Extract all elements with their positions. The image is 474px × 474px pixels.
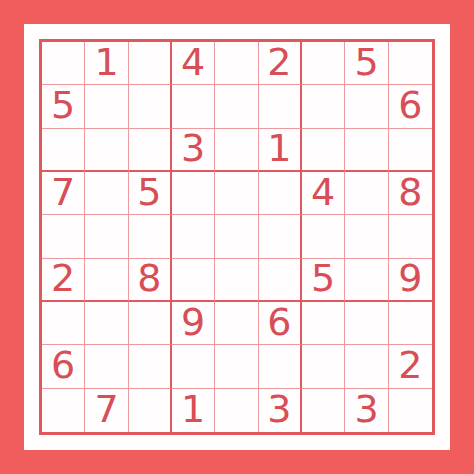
cell-r1c2: 1 xyxy=(85,42,128,85)
cell-r7c2[interactable] xyxy=(85,302,128,345)
cell-r7c9[interactable] xyxy=(389,302,432,345)
cell-r1c9[interactable] xyxy=(389,42,432,85)
given-digit: 6 xyxy=(267,303,291,341)
cell-r9c5[interactable] xyxy=(215,389,258,432)
cell-r3c9[interactable] xyxy=(389,129,432,172)
given-digit: 5 xyxy=(354,43,378,81)
cell-r6c8[interactable] xyxy=(345,259,388,302)
given-digit: 9 xyxy=(181,303,205,341)
cell-r6c5[interactable] xyxy=(215,259,258,302)
given-digit: 4 xyxy=(181,43,205,81)
cell-r4c2[interactable] xyxy=(85,172,128,215)
cell-r2c5[interactable] xyxy=(215,85,258,128)
cell-r5c5[interactable] xyxy=(215,215,258,258)
given-digit: 8 xyxy=(398,173,422,211)
cell-r2c4[interactable] xyxy=(172,85,215,128)
cell-r8c3[interactable] xyxy=(129,345,172,388)
cell-r1c1[interactable] xyxy=(42,42,85,85)
cell-r6c1: 2 xyxy=(42,259,85,302)
given-digit: 6 xyxy=(51,346,75,384)
cell-r4c8[interactable] xyxy=(345,172,388,215)
cell-r1c8: 5 xyxy=(345,42,388,85)
cell-r5c6[interactable] xyxy=(259,215,302,258)
cell-r5c4[interactable] xyxy=(172,215,215,258)
cell-r5c3[interactable] xyxy=(129,215,172,258)
cell-r5c7[interactable] xyxy=(302,215,345,258)
cell-r3c7[interactable] xyxy=(302,129,345,172)
cell-r4c6[interactable] xyxy=(259,172,302,215)
given-digit: 1 xyxy=(267,129,291,167)
given-digit: 7 xyxy=(94,390,118,428)
cell-r8c4[interactable] xyxy=(172,345,215,388)
cell-r8c2[interactable] xyxy=(85,345,128,388)
given-digit: 2 xyxy=(398,346,422,384)
given-digit: 5 xyxy=(311,259,335,297)
cell-r7c8[interactable] xyxy=(345,302,388,345)
cell-r2c8[interactable] xyxy=(345,85,388,128)
cell-r2c1: 5 xyxy=(42,85,85,128)
cell-r9c3[interactable] xyxy=(129,389,172,432)
cell-r7c6: 6 xyxy=(259,302,302,345)
cell-r9c6: 3 xyxy=(259,389,302,432)
given-digit: 3 xyxy=(267,390,291,428)
cell-r4c3: 5 xyxy=(129,172,172,215)
given-digit: 3 xyxy=(181,129,205,167)
cell-r1c4: 4 xyxy=(172,42,215,85)
given-digit: 2 xyxy=(267,43,291,81)
cell-r7c1[interactable] xyxy=(42,302,85,345)
cell-r4c1: 7 xyxy=(42,172,85,215)
given-digit: 8 xyxy=(137,259,161,297)
cell-r6c9: 9 xyxy=(389,259,432,302)
cell-r5c9[interactable] xyxy=(389,215,432,258)
given-digit: 6 xyxy=(398,86,422,124)
cell-r1c5[interactable] xyxy=(215,42,258,85)
cell-r3c2[interactable] xyxy=(85,129,128,172)
cell-r5c2[interactable] xyxy=(85,215,128,258)
cell-r3c4: 3 xyxy=(172,129,215,172)
cell-r6c6[interactable] xyxy=(259,259,302,302)
given-digit: 4 xyxy=(311,173,335,211)
sudoku-board: 142556317548285996627133 xyxy=(39,39,435,435)
cell-r2c6[interactable] xyxy=(259,85,302,128)
cell-r6c7: 5 xyxy=(302,259,345,302)
cell-r1c7[interactable] xyxy=(302,42,345,85)
given-digit: 2 xyxy=(51,259,75,297)
cell-r3c1[interactable] xyxy=(42,129,85,172)
cell-r1c6: 2 xyxy=(259,42,302,85)
cell-r4c4[interactable] xyxy=(172,172,215,215)
cell-r6c2[interactable] xyxy=(85,259,128,302)
cell-r8c7[interactable] xyxy=(302,345,345,388)
cell-r2c3[interactable] xyxy=(129,85,172,128)
cell-r3c3[interactable] xyxy=(129,129,172,172)
cell-r9c9[interactable] xyxy=(389,389,432,432)
cell-r6c3: 8 xyxy=(129,259,172,302)
cell-r9c7[interactable] xyxy=(302,389,345,432)
cell-r8c6[interactable] xyxy=(259,345,302,388)
cell-r7c7[interactable] xyxy=(302,302,345,345)
cell-r2c7[interactable] xyxy=(302,85,345,128)
given-digit: 3 xyxy=(354,390,378,428)
cell-r9c8: 3 xyxy=(345,389,388,432)
cell-r9c2: 7 xyxy=(85,389,128,432)
cell-r3c5[interactable] xyxy=(215,129,258,172)
cell-r7c4: 9 xyxy=(172,302,215,345)
cell-r4c9: 8 xyxy=(389,172,432,215)
cell-r5c8[interactable] xyxy=(345,215,388,258)
given-digit: 1 xyxy=(94,43,118,81)
cell-r4c7: 4 xyxy=(302,172,345,215)
inner-panel: 142556317548285996627133 xyxy=(24,24,450,450)
given-digit: 5 xyxy=(51,86,75,124)
cell-r4c5[interactable] xyxy=(215,172,258,215)
cell-r3c6: 1 xyxy=(259,129,302,172)
given-digit: 9 xyxy=(398,259,422,297)
cell-r2c9: 6 xyxy=(389,85,432,128)
given-digit: 1 xyxy=(181,390,205,428)
given-digit: 5 xyxy=(137,173,161,211)
cell-r8c5[interactable] xyxy=(215,345,258,388)
cell-r9c4: 1 xyxy=(172,389,215,432)
cell-r8c8[interactable] xyxy=(345,345,388,388)
cell-r5c1[interactable] xyxy=(42,215,85,258)
sudoku-page: { "game": "sudoku", "grid_size": 9, "pos… xyxy=(0,0,474,474)
cell-r7c3[interactable] xyxy=(129,302,172,345)
cell-r8c1: 6 xyxy=(42,345,85,388)
cell-r7c5[interactable] xyxy=(215,302,258,345)
cell-r1c3[interactable] xyxy=(129,42,172,85)
cell-r3c8[interactable] xyxy=(345,129,388,172)
cell-r6c4[interactable] xyxy=(172,259,215,302)
cell-r9c1[interactable] xyxy=(42,389,85,432)
given-digit: 7 xyxy=(51,173,75,211)
cell-r2c2[interactable] xyxy=(85,85,128,128)
cell-r8c9: 2 xyxy=(389,345,432,388)
